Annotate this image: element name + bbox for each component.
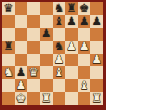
square-d1[interactable]: ♜ <box>40 92 53 105</box>
square-f4[interactable] <box>65 54 78 67</box>
square-c2[interactable] <box>27 79 40 92</box>
square-b6[interactable] <box>15 28 28 41</box>
square-d3[interactable] <box>40 66 53 79</box>
square-h7[interactable]: ♟ <box>90 15 103 28</box>
black-pawn-b3[interactable]: ♟ <box>15 66 28 79</box>
black-knight-e5[interactable]: ♞ <box>53 41 66 54</box>
square-d7[interactable] <box>40 15 53 28</box>
square-c7[interactable] <box>27 15 40 28</box>
square-g1[interactable] <box>78 92 91 105</box>
square-h2[interactable] <box>90 79 103 92</box>
square-c3[interactable]: ♛ <box>27 66 40 79</box>
white-pawn-h4[interactable]: ♟ <box>90 54 103 67</box>
square-g4[interactable] <box>78 54 91 67</box>
square-h1[interactable]: ♜ <box>90 92 103 105</box>
square-e3[interactable]: ♝ <box>53 66 66 79</box>
square-b2[interactable]: ♟ <box>15 79 28 92</box>
square-d8[interactable] <box>40 2 53 15</box>
square-f6[interactable] <box>65 28 78 41</box>
board-grid: ♛♞♜♚♝♟♟♟♟♜♞♟♟♟♟♞♟♛♝♟♝♚♜♜ <box>2 2 103 105</box>
square-e8[interactable]: ♞ <box>53 2 66 15</box>
square-h8[interactable] <box>90 2 103 15</box>
white-queen-c3[interactable]: ♛ <box>27 66 40 79</box>
square-b8[interactable] <box>15 2 28 15</box>
white-rook-d1[interactable]: ♜ <box>40 92 53 105</box>
square-f1[interactable] <box>65 92 78 105</box>
square-e6[interactable] <box>53 28 66 41</box>
square-c6[interactable] <box>27 28 40 41</box>
white-king-b1[interactable]: ♚ <box>15 92 28 105</box>
square-h6[interactable] <box>90 28 103 41</box>
black-pawn-d6[interactable]: ♟ <box>40 28 53 41</box>
square-f2[interactable] <box>65 79 78 92</box>
square-a1[interactable] <box>2 92 15 105</box>
square-g2[interactable]: ♝ <box>78 79 91 92</box>
square-b7[interactable] <box>15 15 28 28</box>
white-pawn-f5[interactable]: ♟ <box>65 41 78 54</box>
black-knight-e8[interactable]: ♞ <box>53 2 66 15</box>
square-g5[interactable]: ♟ <box>78 41 91 54</box>
square-a8[interactable]: ♛ <box>2 2 15 15</box>
square-b1[interactable]: ♚ <box>15 92 28 105</box>
black-pawn-g7[interactable]: ♟ <box>78 15 91 28</box>
square-e1[interactable] <box>53 92 66 105</box>
square-f8[interactable]: ♜ <box>65 2 78 15</box>
square-e7[interactable]: ♝ <box>53 15 66 28</box>
square-a6[interactable] <box>2 28 15 41</box>
black-pawn-f7[interactable]: ♟ <box>65 15 78 28</box>
square-c1[interactable] <box>27 92 40 105</box>
white-rook-h1[interactable]: ♜ <box>90 92 103 105</box>
square-f3[interactable] <box>65 66 78 79</box>
white-pawn-b2[interactable]: ♟ <box>15 79 28 92</box>
square-f5[interactable]: ♟ <box>65 41 78 54</box>
square-h5[interactable] <box>90 41 103 54</box>
black-rook-a5[interactable]: ♜ <box>2 41 15 54</box>
black-pawn-h7[interactable]: ♟ <box>90 15 103 28</box>
square-b4[interactable] <box>15 54 28 67</box>
square-b5[interactable] <box>15 41 28 54</box>
square-e2[interactable] <box>53 79 66 92</box>
square-c5[interactable] <box>27 41 40 54</box>
white-knight-a3[interactable]: ♞ <box>2 66 15 79</box>
square-a3[interactable]: ♞ <box>2 66 15 79</box>
white-bishop-g2[interactable]: ♝ <box>78 79 91 92</box>
square-c8[interactable] <box>27 2 40 15</box>
square-g6[interactable] <box>78 28 91 41</box>
square-g7[interactable]: ♟ <box>78 15 91 28</box>
black-bishop-e7[interactable]: ♝ <box>53 15 66 28</box>
square-g8[interactable]: ♚ <box>78 2 91 15</box>
square-c4[interactable] <box>27 54 40 67</box>
white-pawn-e4[interactable]: ♟ <box>53 54 66 67</box>
square-d2[interactable] <box>40 79 53 92</box>
square-d5[interactable] <box>40 41 53 54</box>
square-d4[interactable] <box>40 54 53 67</box>
square-d6[interactable]: ♟ <box>40 28 53 41</box>
chess-board: ♛♞♜♚♝♟♟♟♟♜♞♟♟♟♟♞♟♛♝♟♝♚♜♜ <box>0 0 106 110</box>
black-king-g8[interactable]: ♚ <box>78 2 91 15</box>
square-a4[interactable] <box>2 54 15 67</box>
black-queen-a8[interactable]: ♛ <box>2 2 15 15</box>
square-e5[interactable]: ♞ <box>53 41 66 54</box>
square-a2[interactable] <box>2 79 15 92</box>
white-bishop-e3[interactable]: ♝ <box>53 66 66 79</box>
page-background <box>106 0 147 110</box>
square-f7[interactable]: ♟ <box>65 15 78 28</box>
square-h3[interactable] <box>90 66 103 79</box>
square-a5[interactable]: ♜ <box>2 41 15 54</box>
black-rook-f8[interactable]: ♜ <box>65 2 78 15</box>
square-e4[interactable]: ♟ <box>53 54 66 67</box>
white-pawn-g5[interactable]: ♟ <box>78 41 91 54</box>
square-b3[interactable]: ♟ <box>15 66 28 79</box>
square-g3[interactable] <box>78 66 91 79</box>
square-a7[interactable] <box>2 15 15 28</box>
square-h4[interactable]: ♟ <box>90 54 103 67</box>
